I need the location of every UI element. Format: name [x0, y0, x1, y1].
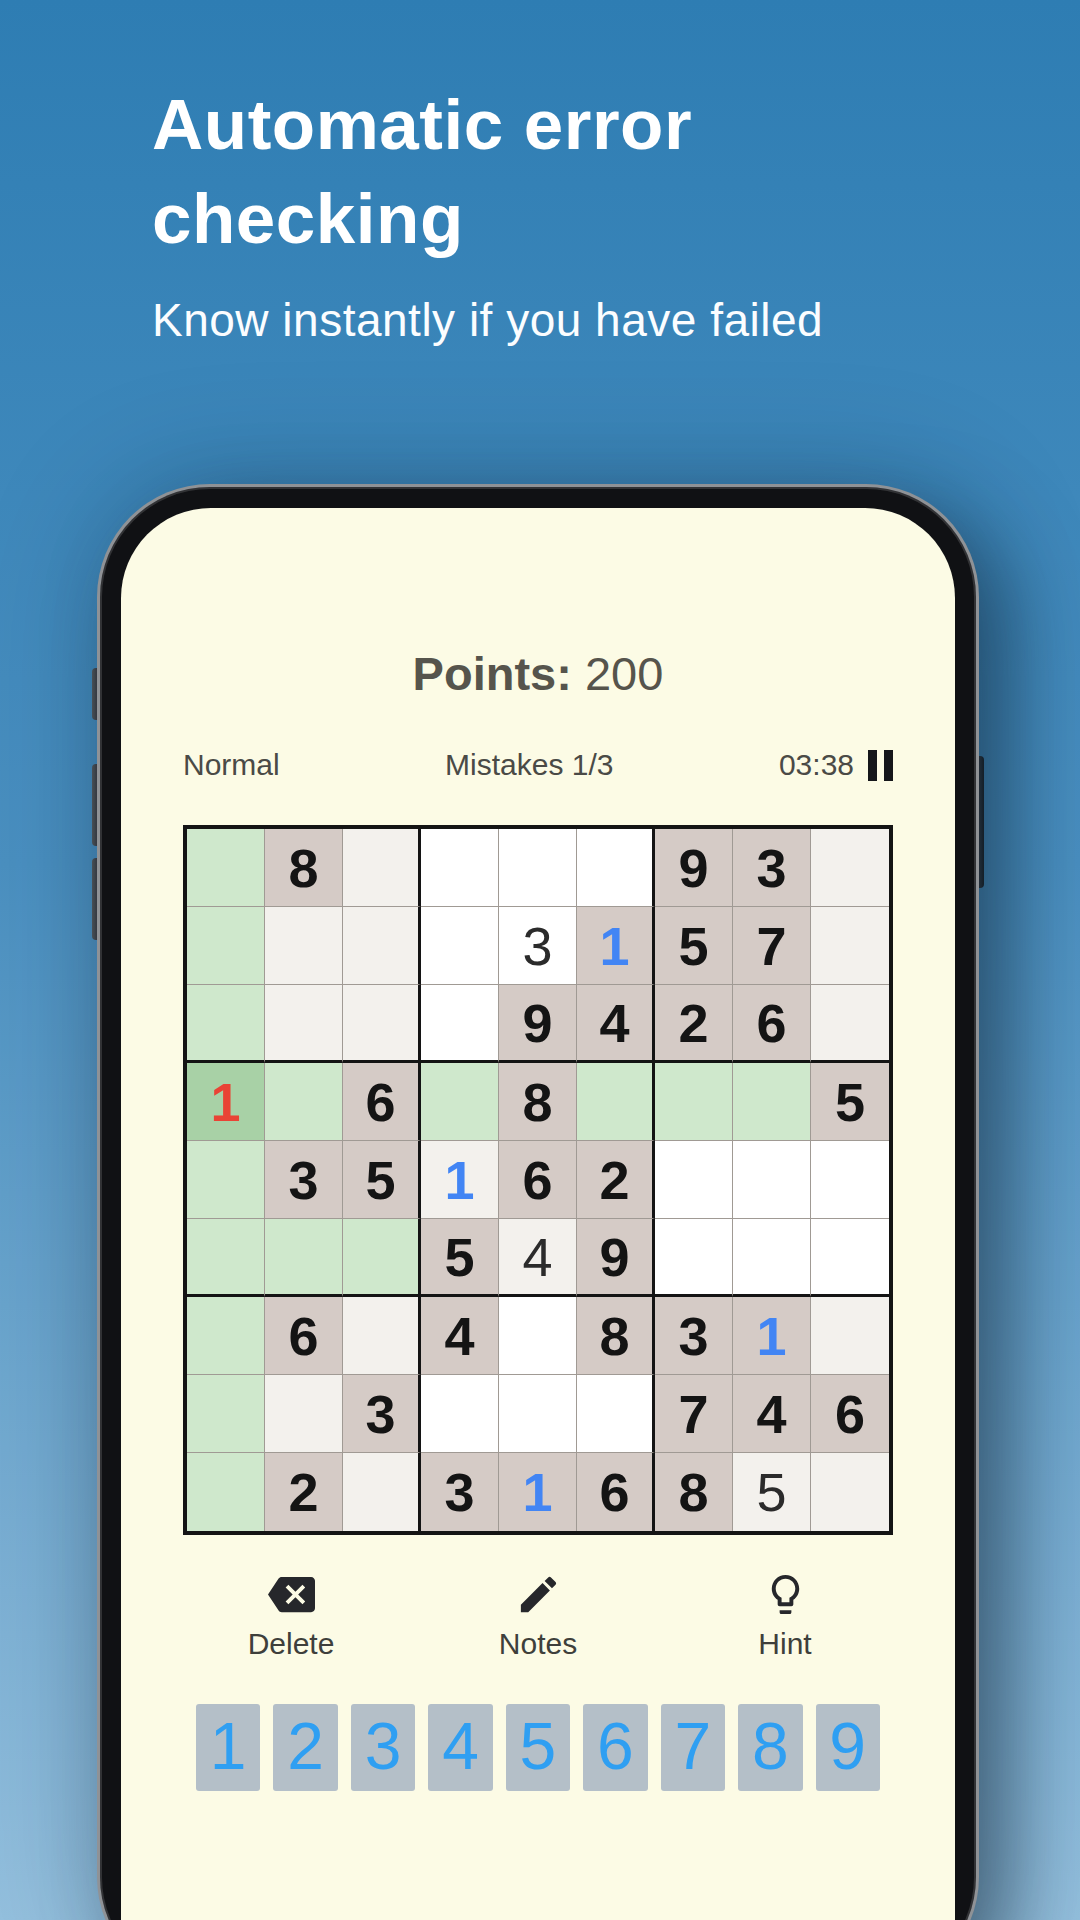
cell-digit: 8: [288, 841, 318, 895]
promo-title: Automatic error checking: [152, 78, 823, 265]
cell-digit: 3: [522, 919, 552, 973]
cell-r3c3[interactable]: [343, 985, 421, 1063]
cell-digit: 3: [444, 1465, 474, 1519]
cell-digit: 7: [756, 919, 786, 973]
cell-r6c4[interactable]: 5: [421, 1219, 499, 1297]
cell-digit: 1: [210, 1075, 240, 1129]
cell-r9c3[interactable]: [343, 1453, 421, 1531]
numpad-button-8[interactable]: 8: [738, 1704, 802, 1791]
cell-digit: 6: [522, 1153, 552, 1207]
cell-r8c1[interactable]: [187, 1375, 265, 1453]
cell-r1c8[interactable]: 3: [733, 829, 811, 907]
cell-digit: 2: [678, 996, 708, 1050]
cell-r4c2[interactable]: [265, 1063, 343, 1141]
cell-r6c5[interactable]: 4: [499, 1219, 577, 1297]
cell-r4c3[interactable]: 6: [343, 1063, 421, 1141]
cell-r7c7[interactable]: 3: [655, 1297, 733, 1375]
difficulty-label: Normal: [183, 748, 280, 782]
cell-digit: 3: [756, 841, 786, 895]
cell-r3c7[interactable]: 2: [655, 985, 733, 1063]
cell-r7c3[interactable]: [343, 1297, 421, 1375]
cell-digit: 5: [365, 1153, 395, 1207]
cell-r9c7[interactable]: 8: [655, 1453, 733, 1531]
number-pad: 123456789: [196, 1704, 880, 1791]
cell-r5c3[interactable]: 5: [343, 1141, 421, 1219]
cell-r8c6[interactable]: [577, 1375, 655, 1453]
cell-r1c3[interactable]: [343, 829, 421, 907]
numpad-button-9[interactable]: 9: [816, 1704, 880, 1791]
cell-r3c2[interactable]: [265, 985, 343, 1063]
cell-r8c5[interactable]: [499, 1375, 577, 1453]
cell-r3c1[interactable]: [187, 985, 265, 1063]
cell-r4c8[interactable]: [733, 1063, 811, 1141]
cell-r6c7[interactable]: [655, 1219, 733, 1297]
cell-r8c9[interactable]: 6: [811, 1375, 889, 1453]
cell-r2c6[interactable]: 1: [577, 907, 655, 985]
numpad-button-4[interactable]: 4: [428, 1704, 492, 1791]
cell-r3c6[interactable]: 4: [577, 985, 655, 1063]
status-bar: Normal Mistakes 1/3 03:38: [183, 742, 893, 788]
cell-r5c1[interactable]: [187, 1141, 265, 1219]
cell-r7c8[interactable]: 1: [733, 1297, 811, 1375]
cell-digit: 4: [444, 1309, 474, 1363]
cell-digit: 3: [288, 1153, 318, 1207]
points-value: 200: [585, 647, 663, 700]
cell-r4c9[interactable]: 5: [811, 1063, 889, 1141]
points-display: Points: 200: [121, 646, 955, 701]
cell-r9c9[interactable]: [811, 1453, 889, 1531]
cell-r3c8[interactable]: 6: [733, 985, 811, 1063]
cell-r5c5[interactable]: 6: [499, 1141, 577, 1219]
phone-screen: Points: 200 Normal Mistakes 1/3 03:38 89…: [121, 508, 955, 1920]
cell-r3c9[interactable]: [811, 985, 889, 1063]
cell-r8c7[interactable]: 7: [655, 1375, 733, 1453]
cell-r1c7[interactable]: 9: [655, 829, 733, 907]
cell-r2c4[interactable]: [421, 907, 499, 985]
cell-digit: 8: [599, 1309, 629, 1363]
cell-r7c5[interactable]: [499, 1297, 577, 1375]
cell-digit: 5: [444, 1230, 474, 1284]
cell-r3c5[interactable]: 9: [499, 985, 577, 1063]
cell-digit: 7: [678, 1387, 708, 1441]
cell-digit: 6: [835, 1387, 865, 1441]
notes-button[interactable]: Notes: [468, 1571, 608, 1661]
cell-r2c1[interactable]: [187, 907, 265, 985]
numpad-button-7[interactable]: 7: [661, 1704, 725, 1791]
cell-digit: 1: [444, 1153, 474, 1207]
cell-digit: 2: [599, 1153, 629, 1207]
lightbulb-icon: [762, 1571, 809, 1618]
cell-r1c2[interactable]: 8: [265, 829, 343, 907]
cell-r7c1[interactable]: [187, 1297, 265, 1375]
cell-digit: 1: [599, 919, 629, 973]
cell-r8c2[interactable]: [265, 1375, 343, 1453]
cell-digit: 5: [835, 1075, 865, 1129]
cell-digit: 4: [756, 1387, 786, 1441]
cell-r9c8[interactable]: 5: [733, 1453, 811, 1531]
notes-label: Notes: [499, 1627, 577, 1661]
cell-digit: 3: [365, 1387, 395, 1441]
cell-r9c4[interactable]: 3: [421, 1453, 499, 1531]
cell-r5c8[interactable]: [733, 1141, 811, 1219]
promo-title-line2: checking: [152, 172, 823, 266]
cell-r3c4[interactable]: [421, 985, 499, 1063]
cell-r4c7[interactable]: [655, 1063, 733, 1141]
pencil-icon: [515, 1571, 562, 1618]
timer: 03:38: [779, 748, 854, 782]
cell-r2c8[interactable]: 7: [733, 907, 811, 985]
cell-r4c5[interactable]: 8: [499, 1063, 577, 1141]
cell-digit: 2: [288, 1465, 318, 1519]
cell-r6c6[interactable]: 9: [577, 1219, 655, 1297]
cell-r2c9[interactable]: [811, 907, 889, 985]
cell-r1c5[interactable]: [499, 829, 577, 907]
cell-r8c4[interactable]: [421, 1375, 499, 1453]
cell-digit: 5: [756, 1465, 786, 1519]
numpad-button-5[interactable]: 5: [506, 1704, 570, 1791]
cell-r1c4[interactable]: [421, 829, 499, 907]
cell-r1c1[interactable]: [187, 829, 265, 907]
cell-r6c3[interactable]: [343, 1219, 421, 1297]
cell-digit: 9: [599, 1230, 629, 1284]
promo-headline: Automatic error checking Know instantly …: [152, 78, 823, 347]
cell-r5c6[interactable]: 2: [577, 1141, 655, 1219]
cell-r9c1[interactable]: [187, 1453, 265, 1531]
cell-r6c1[interactable]: [187, 1219, 265, 1297]
cell-digit: 9: [678, 841, 708, 895]
cell-digit: 1: [756, 1309, 786, 1363]
hint-label: Hint: [758, 1627, 811, 1661]
cell-r9c2[interactable]: 2: [265, 1453, 343, 1531]
cell-r8c3[interactable]: 3: [343, 1375, 421, 1453]
delete-label: Delete: [248, 1627, 335, 1661]
numpad-button-3[interactable]: 3: [351, 1704, 415, 1791]
promo-subtitle: Know instantly if you have failed: [152, 293, 823, 347]
cell-digit: 9: [522, 996, 552, 1050]
delete-button[interactable]: Delete: [221, 1571, 361, 1661]
hint-button[interactable]: Hint: [715, 1571, 855, 1661]
sudoku-board: 89331579426168535162549648313746231685: [183, 825, 893, 1535]
cell-digit: 1: [522, 1465, 552, 1519]
cell-r2c2[interactable]: [265, 907, 343, 985]
cell-r5c7[interactable]: [655, 1141, 733, 1219]
points-label: Points:: [413, 647, 572, 700]
pause-icon[interactable]: [868, 750, 893, 781]
cell-digit: 6: [365, 1075, 395, 1129]
cell-r1c9[interactable]: [811, 829, 889, 907]
cell-r2c7[interactable]: 5: [655, 907, 733, 985]
cell-digit: 5: [678, 919, 708, 973]
cell-r2c3[interactable]: [343, 907, 421, 985]
cell-digit: 4: [522, 1230, 552, 1284]
promo-title-line1: Automatic error: [152, 78, 823, 172]
cell-r7c6[interactable]: 8: [577, 1297, 655, 1375]
cell-digit: 6: [756, 996, 786, 1050]
cell-r6c9[interactable]: [811, 1219, 889, 1297]
cell-r6c8[interactable]: [733, 1219, 811, 1297]
numpad-button-2[interactable]: 2: [273, 1704, 337, 1791]
cell-digit: 4: [599, 996, 629, 1050]
cell-r4c4[interactable]: [421, 1063, 499, 1141]
cell-digit: 8: [522, 1075, 552, 1129]
numpad-button-1[interactable]: 1: [196, 1704, 260, 1791]
cell-r5c4[interactable]: 1: [421, 1141, 499, 1219]
cell-r5c2[interactable]: 3: [265, 1141, 343, 1219]
cell-r6c2[interactable]: [265, 1219, 343, 1297]
mistakes-counter: Mistakes 1/3: [280, 748, 779, 782]
cell-digit: 6: [288, 1309, 318, 1363]
cell-r2c5[interactable]: 3: [499, 907, 577, 985]
cell-r7c4[interactable]: 4: [421, 1297, 499, 1375]
cell-r9c5[interactable]: 1: [499, 1453, 577, 1531]
cell-r7c2[interactable]: 6: [265, 1297, 343, 1375]
cell-r4c6[interactable]: [577, 1063, 655, 1141]
phone-mockup: Points: 200 Normal Mistakes 1/3 03:38 89…: [100, 487, 976, 1920]
cell-r1c6[interactable]: [577, 829, 655, 907]
cell-r4c1[interactable]: 1: [187, 1063, 265, 1141]
cell-digit: 3: [678, 1309, 708, 1363]
cell-r8c8[interactable]: 4: [733, 1375, 811, 1453]
cell-r9c6[interactable]: 6: [577, 1453, 655, 1531]
numpad-button-6[interactable]: 6: [583, 1704, 647, 1791]
cell-digit: 8: [678, 1465, 708, 1519]
backspace-icon: [268, 1571, 315, 1618]
cell-r7c9[interactable]: [811, 1297, 889, 1375]
cell-digit: 6: [599, 1465, 629, 1519]
toolbar: Delete Notes Hint: [183, 1571, 893, 1661]
cell-r5c9[interactable]: [811, 1141, 889, 1219]
